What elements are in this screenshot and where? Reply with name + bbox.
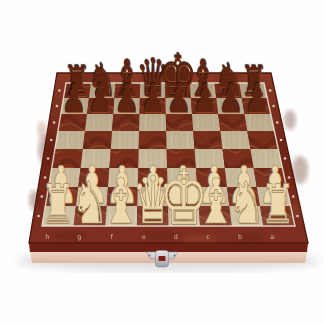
rank-dot-right [272,105,275,108]
rank-dot-right [292,195,295,198]
frame-marble-streak [184,235,216,243]
file-label: h [45,233,49,241]
rank-dot-right [296,215,299,218]
file-label: g [77,233,81,241]
rank-dot-left [53,121,56,124]
file-label: b [238,233,242,241]
rank-dot-left [44,176,47,179]
rank-dot-left [56,105,59,108]
rank-dot-left [37,215,40,218]
frame-marble-blotch [284,110,296,130]
frame-marble-streak [92,77,128,83]
rank-dot-right [269,89,272,92]
file-label: d [174,233,178,241]
chess-board: hgfedcba [0,0,324,324]
frame-marble-blotch [29,190,41,210]
rank-dot-right [288,176,291,179]
rank-dot-left [50,139,53,142]
play-area-shading [42,83,295,226]
rank-dot-right [280,139,283,142]
rank-dot-left [47,157,50,160]
frame-marble-streak [37,121,47,139]
file-label: c [206,233,210,241]
frame-marble-blotch [142,231,178,241]
frame-marble-blotch [218,72,242,80]
file-label: e [142,233,146,241]
rank-dot-right [284,157,287,160]
rank-dot-left [58,89,61,92]
rank-dot-left [41,195,44,198]
box-front-edge-dark [29,243,308,252]
frame-marble-blotch [292,156,308,184]
chess-set-photo: hgfedcba ♜♞♝♛♚♝♞♜♟♟♟♟♟♟♟♟♟♟♟♟♟♟♟♟♜♞♝♛♚♝♞… [0,0,324,324]
file-label: a [270,233,274,241]
frame-marble-blotch [144,73,176,81]
rank-dot-right [276,121,279,124]
latch-keyhole [159,256,166,261]
